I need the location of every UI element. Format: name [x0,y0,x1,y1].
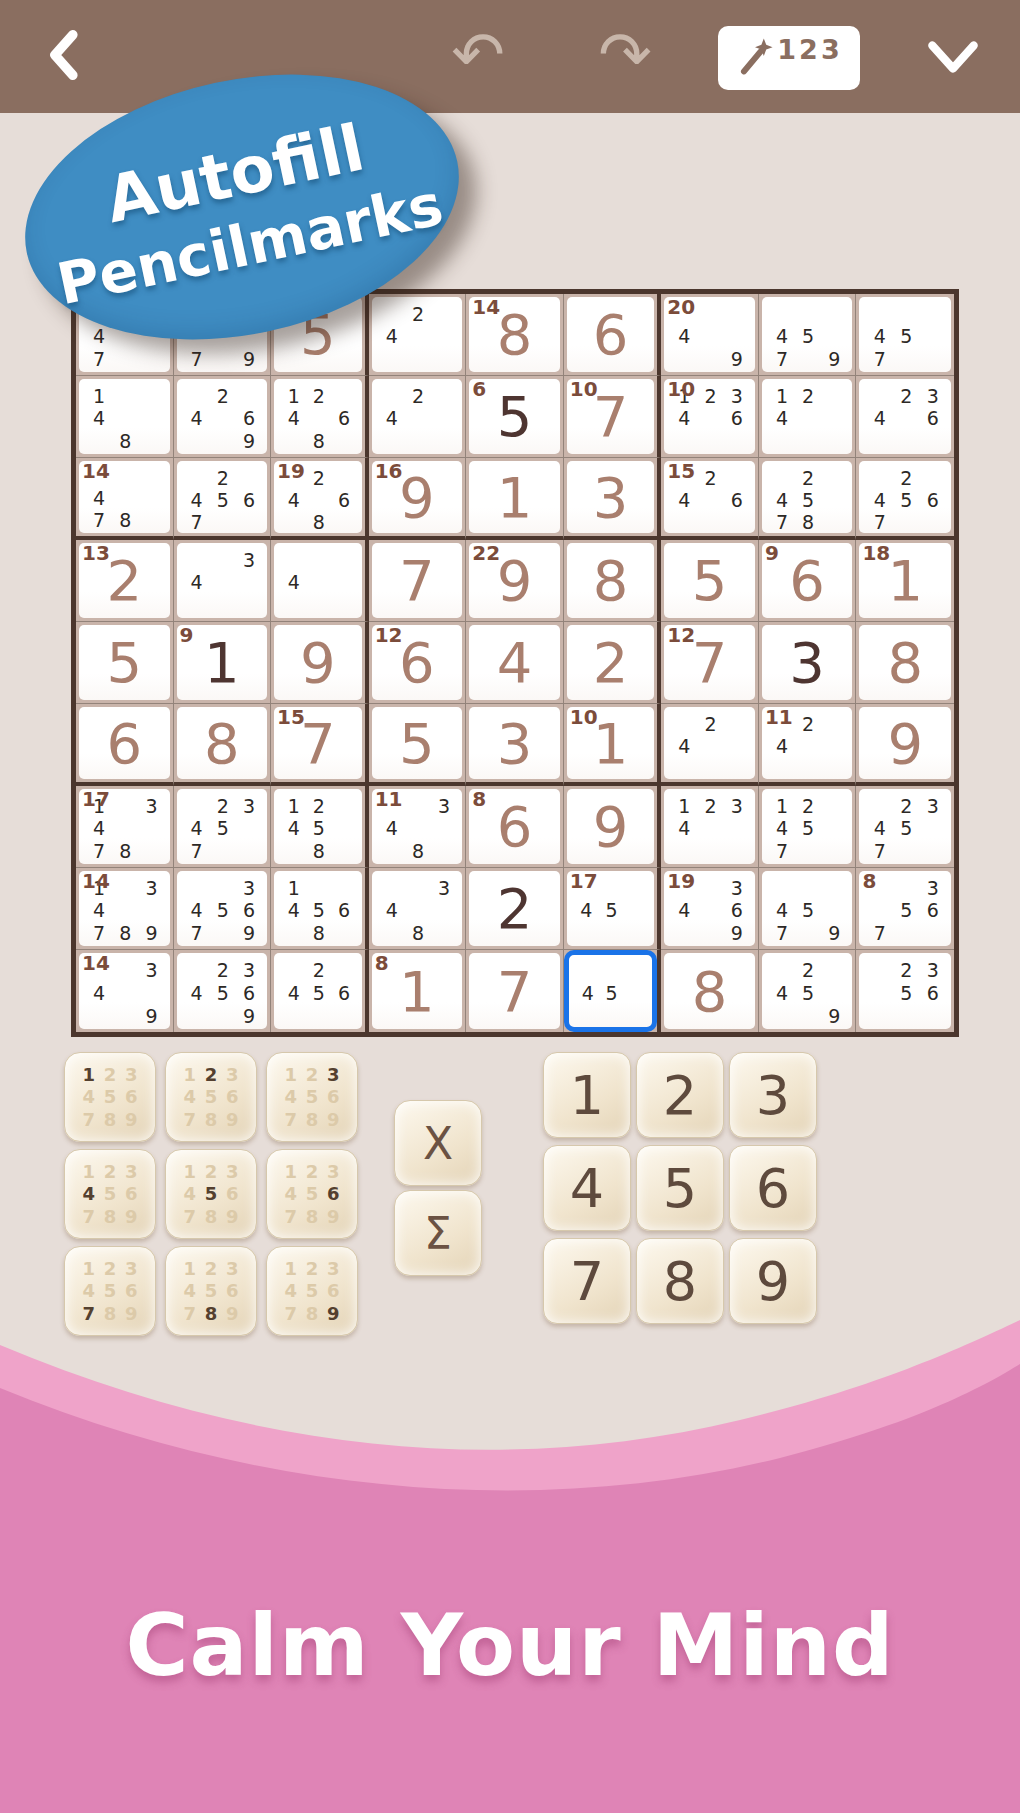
palette-digit: 7 [78,1108,99,1131]
given-value: 2 [469,871,560,946]
cell-r6c4[interactable]: 5 [369,704,467,786]
cell-box: 91 [177,625,268,700]
cell-r4c1[interactable]: 132 [76,540,174,622]
cell-r7c1[interactable]: 1713478 [76,786,174,868]
palette-digit: 4 [280,1183,301,1206]
cell-box: 9 [567,789,655,864]
cage-sum: 15 [277,706,305,728]
numpad-4[interactable]: 4 [543,1145,631,1231]
cage-sum: 12 [667,624,695,646]
entered-value: 8 [567,543,655,618]
cell-r5c5[interactable]: 4 [466,622,564,704]
cell-r7c6[interactable]: 9 [564,786,662,868]
cage-sum: 8 [862,870,876,892]
cell-box: 83567 [859,871,951,946]
cell-box: 234569 [177,953,268,1029]
cell-box: 148 [469,297,560,372]
cell-r9c5[interactable]: 7 [466,950,564,1032]
cell-box: 1713478 [79,789,170,864]
cell-r3c9[interactable]: 24567 [856,458,954,540]
cage-sum: 10 [667,378,695,400]
cell-box: 24578 [762,461,853,533]
cell-box: 5 [372,707,463,779]
cage-sum: 8 [472,788,486,810]
cage-sum: 14 [472,296,500,318]
palette-digit: 4 [179,1183,200,1206]
cell-r2c3[interactable]: 12468 [271,376,369,458]
pencilmarks: 1234 [671,795,750,862]
palette-digit: 8 [99,1205,120,1228]
pencilmarks: 12457 [769,795,848,862]
cell-box: 1234 [664,789,755,864]
redo-button[interactable]: ↷ [585,10,665,100]
cell-box: 15246 [664,461,755,533]
cell-r3c4[interactable]: 169 [369,458,467,540]
cell-r3c1[interactable]: 14478 [76,458,174,540]
cell-r3c6[interactable]: 3 [564,458,662,540]
cell-r5c8[interactable]: 3 [759,622,857,704]
palette-digit: 1 [78,1257,99,1280]
entered-value: 9 [274,625,362,700]
cage-sum: 15 [667,460,695,482]
palette-digit: 5 [99,1280,120,1303]
palette-digit: 5 [301,1280,322,1303]
palette-digit: 4 [280,1280,301,1303]
cell-box: 2346 [859,379,951,454]
palette-digit: 6 [121,1183,142,1206]
cell-box: 348 [372,871,463,946]
cell-box: 101 [567,707,655,779]
cell-box: 24567 [859,461,951,533]
palette-digit: 3 [323,1160,344,1183]
cell-r6c1[interactable]: 6 [76,704,174,786]
palette-digit: 3 [121,1160,142,1183]
cage-sum: 8 [375,952,389,974]
entered-value: 6 [567,297,655,372]
cell-r9c7[interactable]: 8 [661,950,759,1032]
cell-r1c6[interactable]: 6 [564,294,662,376]
cell-box: 345679 [177,871,268,946]
pencilmarks: 23457 [866,795,946,862]
cell-r8c7[interactable]: 193469 [661,868,759,950]
cell-box: 148 [79,379,170,454]
cell-box: 12458 [274,789,362,864]
pencilmarks: 24 [379,385,458,452]
sigma-icon: Σ [424,1208,452,1259]
cell-box: 14134789 [79,871,170,946]
cell-box: 24 [372,379,463,454]
cell-box: 11348 [372,789,463,864]
pencilmarks: 34 [184,549,263,616]
palette-digit: 6 [323,1183,344,1206]
palette-digit: 3 [222,1257,243,1280]
cell-box: 24 [372,297,463,372]
app-screen: ↶ ↷ 123 47795241486204945794571482469124… [0,0,1020,1813]
cell-box: 23457 [859,789,951,864]
palette-digit: 2 [99,1160,120,1183]
cell-r6c8[interactable]: 1124 [759,704,857,786]
cell-r4c3[interactable]: 4 [271,540,369,622]
cell-box: 4 [274,543,362,618]
palette-digit: 1 [280,1063,301,1086]
pencilmarks: 24567 [184,467,263,531]
cell-r9c9[interactable]: 2356 [856,950,954,1032]
palette-digit: 6 [222,1086,243,1109]
cage-sum: 18 [862,542,890,564]
footer-text: Calm Your Mind [0,1595,1020,1695]
cell-box: 23457 [177,789,268,864]
palette-digit: 1 [78,1160,99,1183]
cell-r9c6[interactable]: 45 [564,950,662,1032]
palette-digit: 1 [179,1160,200,1183]
cell-r5c3[interactable]: 9 [271,622,369,704]
cell-r8c4[interactable]: 348 [369,868,467,950]
numpad-5[interactable]: 5 [636,1145,724,1231]
palette-digit: 2 [200,1257,221,1280]
palette-digit: 7 [179,1205,200,1228]
palette-digit: 9 [222,1108,243,1131]
cage-sum: 12 [375,624,403,646]
palette-digit: 8 [200,1108,221,1131]
palette-digit: 2 [99,1257,120,1280]
cell-box: 5 [79,625,170,700]
numpad-3[interactable]: 3 [729,1052,817,1138]
cell-r3c3[interactable]: 192468 [271,458,369,540]
cell-r6c3[interactable]: 157 [271,704,369,786]
cell-box: 6 [567,297,655,372]
palette-digit: 5 [200,1086,221,1109]
cell-r8c3[interactable]: 14568 [271,868,369,950]
palette-digit: 2 [301,1257,322,1280]
cage-sum: 17 [82,788,110,810]
undo-arrow-icon: ↶ [451,18,505,92]
entered-value: 9 [859,707,951,779]
cell-box: 8 [859,625,951,700]
pencilmarks: 148 [86,385,165,452]
entered-value: 8 [664,953,755,1029]
cell-box: 3 [469,707,560,779]
cell-box: 2049 [664,297,755,372]
entered-value: 8 [177,707,268,779]
cell-box: 126 [372,625,463,700]
pencilmarks: 14568 [281,877,357,944]
palette-digit: 4 [78,1280,99,1303]
cell-r3c8[interactable]: 24578 [759,458,857,540]
pencilmarks: 2346 [866,385,946,452]
pencilmarks: 2456 [281,959,357,1027]
pencilmarks: 4579 [769,303,848,370]
palette-digit: 8 [99,1108,120,1131]
pencilmarks: 345679 [184,877,263,944]
cell-box: 5 [664,543,755,618]
cage-sum: 16 [375,460,403,482]
cell-r9c1[interactable]: 14349 [76,950,174,1032]
cell-box: 12457 [762,789,853,864]
cell-box: 12468 [274,379,362,454]
cell-box: 65 [469,379,560,454]
palette-digit: 8 [301,1108,322,1131]
cell-box: 124 [762,379,853,454]
palette-digit: 9 [323,1108,344,1131]
cell-r1c5[interactable]: 148 [466,294,564,376]
cell-r1c4[interactable]: 24 [369,294,467,376]
cell-r4c9[interactable]: 181 [856,540,954,622]
palette-digit: 4 [179,1086,200,1109]
cell-r2c6[interactable]: 107 [564,376,662,458]
cell-r6c7[interactable]: 24 [661,704,759,786]
cage-sum: 11 [375,788,403,810]
cell-r4c8[interactable]: 96 [759,540,857,622]
cell-r4c7[interactable]: 5 [661,540,759,622]
cell-box: 8 [567,543,655,618]
cell-r9c8[interactable]: 2459 [759,950,857,1032]
cell-r2c1[interactable]: 148 [76,376,174,458]
palette-digit: 5 [99,1183,120,1206]
cage-sum: 14 [82,870,110,892]
cell-r4c5[interactable]: 229 [466,540,564,622]
cell-r3c2[interactable]: 24567 [174,458,272,540]
entered-value: 3 [567,461,655,533]
cell-r4c4[interactable]: 7 [369,540,467,622]
entered-value: 3 [469,707,560,779]
pencil-palette: 1234567891234567891234567891234567891234… [64,1052,358,1336]
pencilmarks: 24 [379,303,458,370]
cell-r8c5[interactable]: 2 [466,868,564,950]
palette-digit: 2 [301,1160,322,1183]
cage-sum: 10 [570,706,598,728]
palette-digit: 3 [121,1257,142,1280]
entered-value: 8 [859,625,951,700]
pencilmarks: 2356 [866,959,946,1027]
cell-box: 3 [567,461,655,533]
entered-value: 6 [79,707,170,779]
palette-digit: 9 [323,1205,344,1228]
cell-box: 4579 [762,871,853,946]
pencilmarks: 348 [379,877,458,944]
cell-box: 193469 [664,871,755,946]
cell-r9c3[interactable]: 2456 [271,950,369,1032]
cell-r7c5[interactable]: 86 [466,786,564,868]
palette-digit: 6 [222,1280,243,1303]
cell-box: 2 [567,625,655,700]
cell-r2c9[interactable]: 2346 [856,376,954,458]
cell-box: 1745 [567,871,655,946]
pencilmarks: 4 [281,549,357,616]
cell-r4c2[interactable]: 34 [174,540,272,622]
cell-box: 14568 [274,871,362,946]
palette-digit: 5 [200,1183,221,1206]
cell-r2c7[interactable]: 1012346 [661,376,759,458]
cell-box: 157 [274,707,362,779]
cell-box: 14478 [79,461,170,533]
cell-r5c1[interactable]: 5 [76,622,174,704]
cell-r5c6[interactable]: 2 [564,622,662,704]
pencilmarks: 12468 [281,385,357,452]
pencil-palette-button-1[interactable]: 123456789 [64,1052,156,1142]
pencil-palette-button-2[interactable]: 123456789 [165,1052,257,1142]
entered-value: 7 [469,953,560,1029]
entered-value: 5 [79,625,170,700]
pencilmarks: 2469 [184,385,263,452]
cell-r6c6[interactable]: 101 [564,704,662,786]
palette-digit: 6 [121,1280,142,1303]
cage-sum: 10 [570,378,598,400]
cage-sum: 14 [82,952,110,974]
pencil-palette-button-4[interactable]: 123456789 [64,1149,156,1239]
cell-r9c2[interactable]: 234569 [174,950,272,1032]
pencilmarks: 45 [576,961,648,1025]
numpad-2[interactable]: 2 [636,1052,724,1138]
cell-box: 169 [372,461,463,533]
cell-box: 7 [372,543,463,618]
cage-sum: 19 [277,460,305,482]
palette-digit: 2 [99,1063,120,1086]
wand-button-label: 123 [777,34,842,65]
cell-box: 1 [469,461,560,533]
back-button[interactable] [30,22,100,92]
cell-box: 86 [469,789,560,864]
palette-digit: 4 [179,1280,200,1303]
cell-r3c7[interactable]: 15246 [661,458,759,540]
palette-digit: 2 [301,1063,322,1086]
cell-box: 34 [177,543,268,618]
palette-digit: 3 [222,1063,243,1086]
cell-box: 107 [567,379,655,454]
palette-digit: 6 [222,1183,243,1206]
pencilmarks: 24 [671,713,750,777]
palette-digit: 3 [323,1063,344,1086]
palette-digit: 9 [121,1108,142,1131]
palette-digit: 1 [280,1257,301,1280]
collapse-button[interactable] [915,30,990,88]
cell-r7c3[interactable]: 12458 [271,786,369,868]
cell-r1c8[interactable]: 4579 [759,294,857,376]
cell-box: 4579 [762,297,853,372]
cell-r9c4[interactable]: 81 [369,950,467,1032]
palette-digit: 3 [222,1160,243,1183]
cell-box: 96 [762,543,853,618]
numpad-6[interactable]: 6 [729,1145,817,1231]
palette-digit: 9 [222,1205,243,1228]
toolbar: ↶ ↷ 123 [0,0,1020,113]
cell-box: 6 [79,707,170,779]
cell-box: 2459 [762,953,853,1029]
cage-sum: 14 [82,460,110,482]
cage-sum: 9 [765,542,779,564]
cage-sum: 6 [472,378,486,400]
cell-r2c8[interactable]: 124 [759,376,857,458]
pencilmarks: 24578 [769,467,848,531]
cell-r5c9[interactable]: 8 [856,622,954,704]
palette-digit: 5 [200,1280,221,1303]
cage-sum: 11 [765,706,793,728]
palette-digit: 4 [78,1183,99,1206]
sum-button[interactable]: Σ [394,1190,482,1276]
cell-box: 8 [177,707,268,779]
cell-box: 2456 [274,953,362,1029]
cell-box: 3 [762,625,853,700]
palette-digit: 7 [78,1205,99,1228]
pencilmarks: 2459 [769,959,848,1027]
pencil-palette-button-5[interactable]: 123456789 [165,1149,257,1239]
pencilmarks: 24567 [866,467,946,531]
cell-r7c4[interactable]: 11348 [369,786,467,868]
cell-box: 4 [469,625,560,700]
cell-r5c4[interactable]: 126 [369,622,467,704]
palette-digit: 8 [200,1205,221,1228]
cage-sum: 20 [667,296,695,318]
cell-r8c2[interactable]: 345679 [174,868,272,950]
entered-value: 4 [469,625,560,700]
palette-digit: 1 [179,1257,200,1280]
multiply-button[interactable]: X [394,1100,482,1186]
pencilmarks: 23457 [184,795,263,862]
cage-sum: 13 [82,542,110,564]
cell-r7c9[interactable]: 23457 [856,786,954,868]
palette-digit: 5 [99,1086,120,1109]
palette-digit: 4 [280,1086,301,1109]
cell-r6c9[interactable]: 9 [856,704,954,786]
cell-r1c7[interactable]: 2049 [661,294,759,376]
palette-digit: 3 [121,1063,142,1086]
palette-digit: 6 [323,1086,344,1109]
pencilmarks: 4579 [769,877,848,944]
palette-digit: 1 [179,1063,200,1086]
autofill-pencilmarks-button[interactable]: 123 [718,26,860,90]
cell-r2c4[interactable]: 24 [369,376,467,458]
palette-digit: 1 [78,1063,99,1086]
cell-box: 2 [469,871,560,946]
cell-r3c5[interactable]: 1 [466,458,564,540]
board: 4779524148620494579457148246912468246510… [71,289,959,1037]
cell-r2c2[interactable]: 2469 [174,376,272,458]
pencilmarks: 12458 [281,795,357,862]
cell-box: 24567 [177,461,268,533]
cell-r7c2[interactable]: 23457 [174,786,272,868]
entered-value: 2 [567,625,655,700]
cell-box: 229 [469,543,560,618]
cell-r6c2[interactable]: 8 [174,704,272,786]
cell-box: 24 [664,707,755,779]
pencil-palette-button-6[interactable]: 123456789 [266,1149,358,1239]
cage-sum: 19 [667,870,695,892]
cell-box: 2469 [177,379,268,454]
cell-r5c2[interactable]: 91 [174,622,272,704]
cell-r7c8[interactable]: 12457 [759,786,857,868]
cell-r6c5[interactable]: 3 [466,704,564,786]
palette-digit: 9 [121,1205,142,1228]
entered-value: 5 [372,707,463,779]
palette-digit: 7 [280,1108,301,1131]
cell-r7c7[interactable]: 1234 [661,786,759,868]
undo-button[interactable]: ↶ [438,10,518,100]
cell-r5c7[interactable]: 127 [661,622,759,704]
cell-r8c8[interactable]: 4579 [759,868,857,950]
cell-box: 9 [859,707,951,779]
cell-box: 81 [372,953,463,1029]
palette-digit: 5 [301,1086,322,1109]
cell-r4c6[interactable]: 8 [564,540,662,622]
cell-r8c9[interactable]: 83567 [856,868,954,950]
cell-r8c6[interactable]: 1745 [564,868,662,950]
pencil-palette-button-3[interactable]: 123456789 [266,1052,358,1142]
numpad-1[interactable]: 1 [543,1052,631,1138]
cell-r1c9[interactable]: 457 [856,294,954,376]
cell-r8c1[interactable]: 14134789 [76,868,174,950]
pencilmarks: 124 [769,385,848,452]
cell-r2c5[interactable]: 65 [466,376,564,458]
selected-cell-box: 45 [564,950,658,1032]
